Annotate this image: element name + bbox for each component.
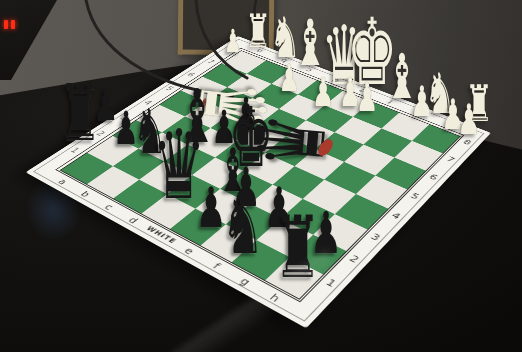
clock-led-digit	[4, 20, 8, 29]
photo-stage: abcdWHITEefgh abcdefgh 87654321 87654321…	[0, 0, 522, 352]
clock-led-digit	[11, 20, 15, 29]
